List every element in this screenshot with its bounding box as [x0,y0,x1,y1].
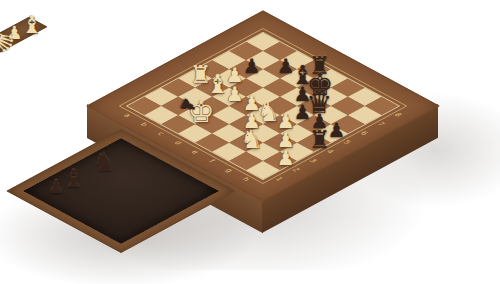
right-drawer: ♝♟♛ [0,17,47,54]
black-piece-glyph: ♟ [328,120,346,140]
white-piece-glyph: ♞ [240,127,262,152]
white-piece-glyph: ♟ [277,148,295,168]
captured-white-Q-lying: ♛ [0,34,16,54]
chess-set-product-photo: ♝♟♛ abcdefgh 87654321 ♜♟♝♚♟♟♛♟♟♟♟♜♝♟♟♞♟♜… [0,0,500,284]
black-piece-glyph: ♟ [48,178,208,196]
black-piece-glyph: ♟ [243,56,261,76]
black-piece-glyph: ♜ [309,128,331,152]
